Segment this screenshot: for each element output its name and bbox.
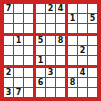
sudoku-cell[interactable] [14,14,23,23]
sudoku-puzzle: 72415158212346837 [0,0,101,101]
sudoku-cell[interactable] [14,68,23,77]
sudoku-cell[interactable]: 6 [36,78,45,87]
sudoku-cell[interactable] [56,68,65,77]
sudoku-cell[interactable] [68,46,77,55]
sudoku-cell[interactable] [68,56,77,65]
sudoku-cell[interactable] [88,56,97,65]
sudoku-cell[interactable] [56,14,65,23]
sudoku-cell[interactable] [14,56,23,65]
sudoku-cell[interactable] [68,4,77,13]
sudoku-cell[interactable] [46,36,55,45]
sudoku-cell[interactable]: 4 [56,4,65,13]
sudoku-cell[interactable] [88,88,97,97]
sudoku-cell[interactable]: 1 [36,56,45,65]
sudoku-cell[interactable] [78,56,87,65]
sudoku-cell[interactable] [14,24,23,33]
sudoku-cell[interactable] [24,4,33,13]
sudoku-cell[interactable] [78,24,87,33]
sudoku-cell[interactable]: 1 [14,36,23,45]
sudoku-cell[interactable] [36,4,45,13]
sudoku-cell[interactable] [24,24,33,33]
sudoku-cell[interactable] [4,78,13,87]
sudoku-cell[interactable] [46,56,55,65]
sudoku-cell[interactable] [68,88,77,97]
sudoku-cell[interactable] [56,24,65,33]
sudoku-cell[interactable] [36,46,45,55]
sudoku-cell[interactable] [14,46,23,55]
sudoku-cell[interactable]: 8 [68,78,77,87]
sudoku-cell[interactable]: 4 [78,68,87,77]
sudoku-board: 72415158212346837 [0,0,101,101]
sudoku-cell[interactable]: 2 [4,68,13,77]
sudoku-cell[interactable]: 5 [88,14,97,23]
sudoku-cell[interactable] [56,56,65,65]
sudoku-cell[interactable] [68,68,77,77]
sudoku-cell[interactable] [24,36,33,45]
sudoku-cell[interactable] [4,14,13,23]
sudoku-cell[interactable] [46,24,55,33]
sudoku-cell[interactable]: 2 [46,4,55,13]
sudoku-cell[interactable]: 1 [68,14,77,23]
sudoku-cell[interactable] [24,46,33,55]
sudoku-cell[interactable] [56,88,65,97]
sudoku-cell[interactable] [4,24,13,33]
sudoku-cell[interactable] [78,78,87,87]
sudoku-cell[interactable]: 2 [78,46,87,55]
sudoku-cell[interactable] [78,4,87,13]
sudoku-cell[interactable]: 5 [36,36,45,45]
sudoku-cell[interactable] [4,36,13,45]
sudoku-cell[interactable] [4,46,13,55]
sudoku-cell[interactable] [88,24,97,33]
sudoku-cell[interactable] [46,78,55,87]
sudoku-cell[interactable]: 3 [46,68,55,77]
sudoku-cell[interactable] [24,14,33,23]
sudoku-cell[interactable] [78,36,87,45]
sudoku-cell[interactable] [88,4,97,13]
sudoku-cell[interactable] [46,14,55,23]
sudoku-cell[interactable] [24,78,33,87]
sudoku-cell[interactable] [68,36,77,45]
sudoku-cell[interactable] [4,56,13,65]
sudoku-cell[interactable] [24,88,33,97]
sudoku-cell[interactable] [36,14,45,23]
sudoku-cell[interactable] [56,78,65,87]
sudoku-cell[interactable] [88,46,97,55]
sudoku-cell[interactable] [88,78,97,87]
sudoku-cell[interactable] [56,46,65,55]
sudoku-cell[interactable] [36,68,45,77]
sudoku-cell[interactable] [88,68,97,77]
sudoku-cell[interactable] [78,88,87,97]
sudoku-cell[interactable] [36,24,45,33]
sudoku-cell[interactable] [78,14,87,23]
sudoku-cell[interactable] [68,24,77,33]
sudoku-cell[interactable]: 7 [4,4,13,13]
sudoku-cell[interactable]: 8 [56,36,65,45]
sudoku-cell[interactable]: 7 [14,88,23,97]
sudoku-cell[interactable]: 3 [4,88,13,97]
sudoku-cell[interactable] [88,36,97,45]
sudoku-cell[interactable] [14,4,23,13]
sudoku-cell[interactable] [46,88,55,97]
sudoku-cell[interactable] [24,68,33,77]
sudoku-cell[interactable] [14,78,23,87]
sudoku-cell[interactable] [46,46,55,55]
sudoku-cell[interactable] [36,88,45,97]
sudoku-cell[interactable] [24,56,33,65]
